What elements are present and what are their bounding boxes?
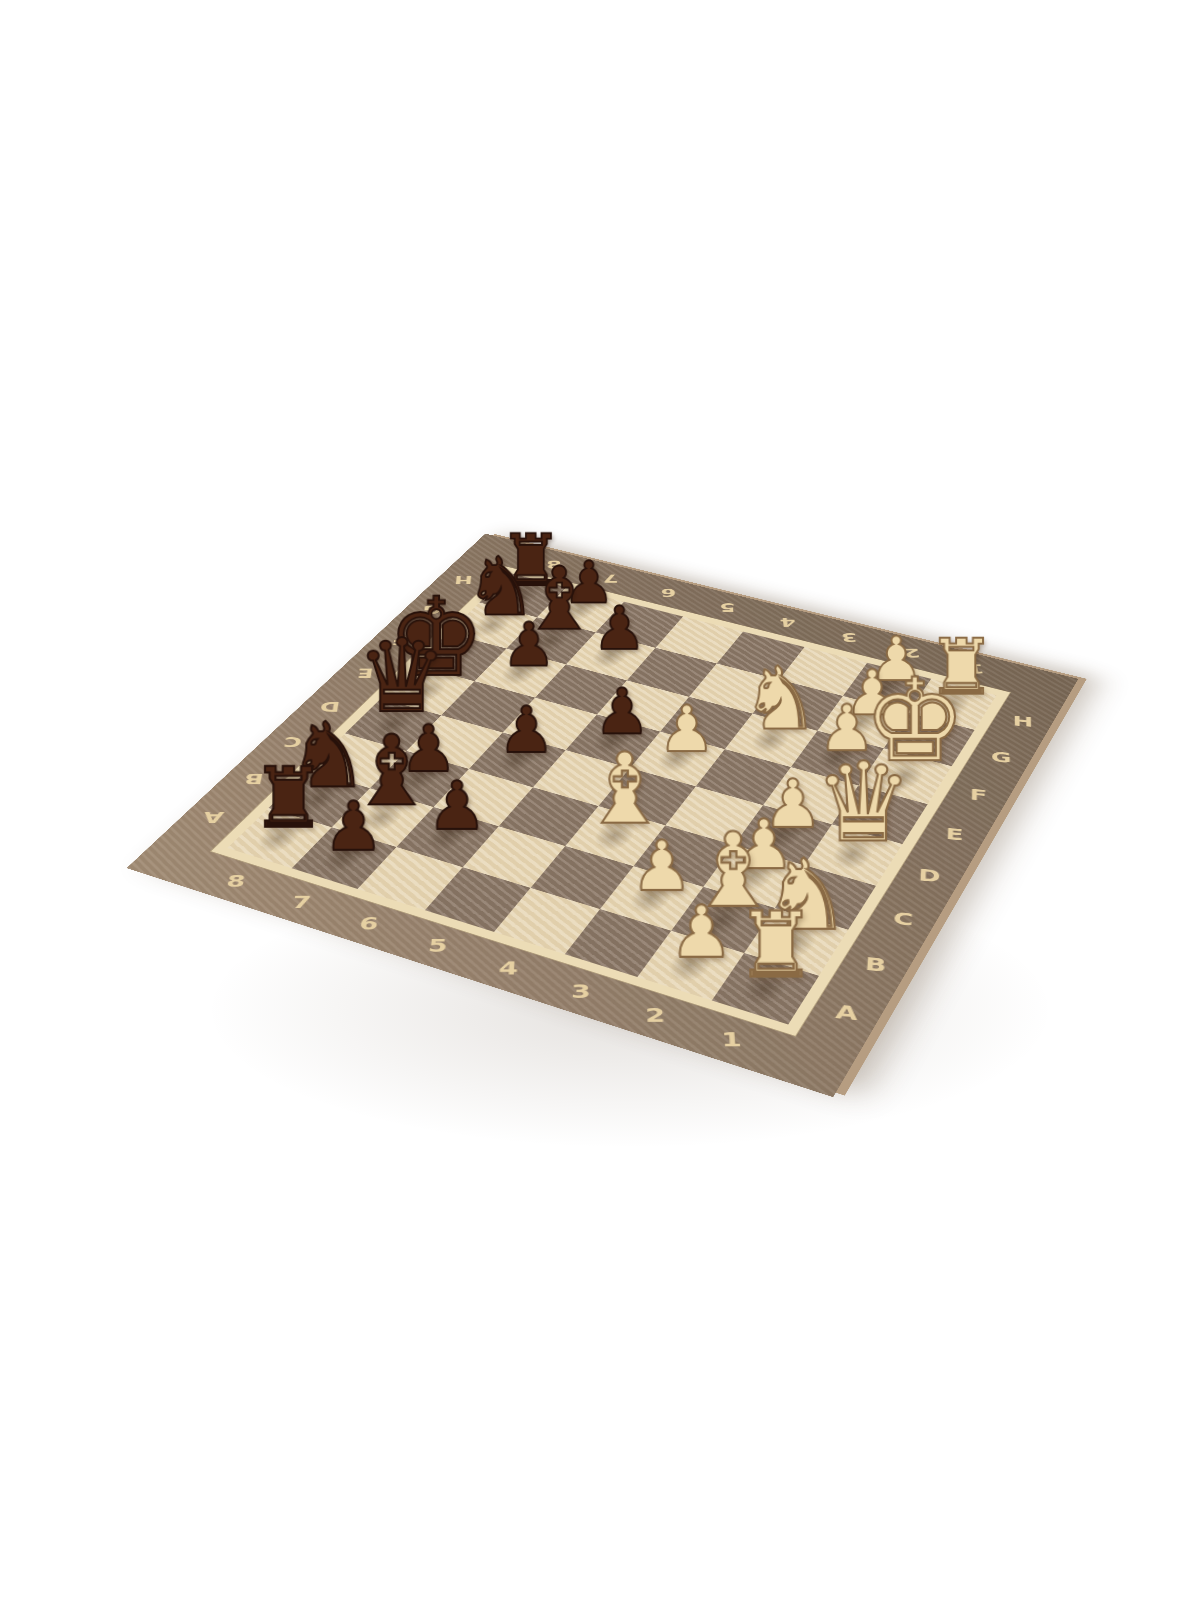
rank-label-left-6: 6 (345, 910, 392, 938)
rank-label-left-4: 4 (485, 954, 531, 983)
product-photo-scene: ♜♟♞♝♟♟♟♚♜♟♛♞♟♟♟♟♚♟♞♝♟♝♟♜♛♟♟♟♝♞♟♜ AA88BB7… (0, 0, 1200, 1600)
black-pawn-glyph: ♟ (323, 793, 384, 861)
rank-label-left-8: 8 (212, 868, 260, 894)
file-label-bottom-f: F (958, 782, 999, 809)
white-rook-glyph: ♜ (735, 900, 817, 991)
rank-label-left-7: 7 (278, 889, 326, 916)
file-label-top-a: A (190, 805, 237, 829)
white-bishop-glyph: ♝ (581, 740, 669, 838)
file-label-bottom-h: H (1003, 710, 1043, 735)
file-label-bottom-e: E (933, 821, 976, 849)
rank-label-right-5: 5 (709, 598, 747, 617)
file-label-bottom-d: D (907, 861, 951, 891)
white-pawn-glyph: ♟ (669, 896, 733, 968)
file-label-bottom-c: C (880, 904, 925, 935)
rank-label-left-5: 5 (414, 932, 461, 960)
rank-label-left-2: 2 (632, 1000, 679, 1031)
rank-label-right-3: 3 (829, 627, 869, 646)
file-label-bottom-g: G (981, 745, 1021, 771)
file-label-bottom-a: A (822, 996, 871, 1030)
file-label-bottom-b: B (852, 949, 899, 982)
black-rook-glyph: ♜ (251, 757, 326, 841)
rank-label-right-6: 6 (650, 583, 687, 601)
chess-board: ♜♟♞♝♟♟♟♚♜♟♛♞♟♟♟♟♚♟♞♝♟♝♟♜♛♟♟♟♝♞♟♜ AA88BB7… (127, 534, 1079, 1098)
rank-label-right-4: 4 (768, 612, 807, 631)
black-pawn-glyph: ♟ (427, 773, 487, 840)
rank-label-left-1: 1 (707, 1025, 756, 1056)
rank-label-left-3: 3 (558, 977, 604, 1007)
perspective-wrapper: ♜♟♞♝♟♟♟♚♜♟♛♞♟♟♟♟♚♟♞♝♟♝♟♜♛♟♟♟♝♞♟♜ AA88BB7… (0, 0, 1200, 1600)
